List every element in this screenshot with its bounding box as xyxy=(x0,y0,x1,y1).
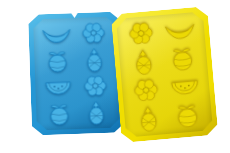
flower-shape xyxy=(127,76,165,106)
hang-tab-notch xyxy=(70,12,78,18)
yellow-tray-cavity-r3c2-watermelon-slice xyxy=(165,71,207,103)
melon-shape xyxy=(169,101,207,131)
pineapple-shape xyxy=(130,104,168,134)
pineapple-shape xyxy=(79,100,114,126)
yellow-tray-cavity-r4c1-pineapple xyxy=(128,103,170,135)
yellow-tray-cavity-r2c2-melon xyxy=(162,42,204,74)
blue-tray-cavity-r4c2-pineapple xyxy=(77,99,115,127)
pineapple-shape xyxy=(125,47,163,77)
melon-shape xyxy=(42,101,77,127)
yellow-tray-cavity-r1c2-banana xyxy=(159,14,201,46)
blue-tray-cavity-grid xyxy=(37,19,116,129)
pineapple-shape xyxy=(77,46,112,72)
photo-scene xyxy=(0,0,230,153)
banana-shape xyxy=(39,21,74,47)
blue-tray xyxy=(28,11,125,135)
yellow-tray-cavity-r1c1-flower xyxy=(120,17,162,49)
banana-shape xyxy=(162,15,200,45)
flower-shape xyxy=(78,73,113,99)
yellow-tray xyxy=(111,6,219,143)
blue-tray-cavity-r3c1-watermelon-slice xyxy=(39,74,77,102)
yellow-tray-cavity-r4c2-melon xyxy=(167,100,209,132)
blue-tray-cavity-r2c1-melon xyxy=(38,47,76,75)
yellow-tray-cavity-r2c1-pineapple xyxy=(123,46,165,78)
watermelon-slice-shape xyxy=(41,74,76,100)
blue-tray-cavity-r2c2-pineapple xyxy=(76,45,114,73)
blue-tray-cavity-r3c2-flower xyxy=(77,72,115,100)
flower-shape xyxy=(77,20,112,46)
melon-shape xyxy=(164,43,202,73)
yellow-tray-cavity-grid xyxy=(120,14,209,135)
blue-tray-cavity-r1c1-banana xyxy=(37,20,75,48)
flower-shape xyxy=(122,18,160,48)
melon-shape xyxy=(40,48,75,74)
watermelon-slice-shape xyxy=(167,72,205,102)
yellow-tray-cavity-r3c1-flower xyxy=(125,75,167,107)
blue-tray-cavity-r4c1-melon xyxy=(40,100,78,128)
blue-tray-cavity-r1c2-flower xyxy=(75,19,113,47)
